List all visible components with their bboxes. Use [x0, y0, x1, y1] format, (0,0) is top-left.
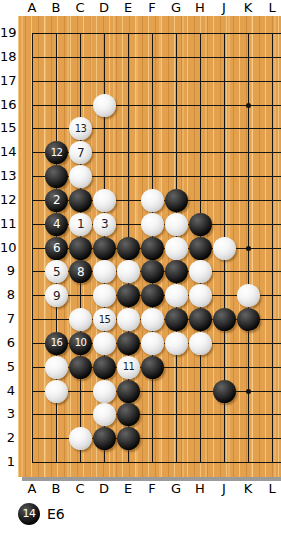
stone-E6 — [117, 332, 140, 355]
stone-B4 — [45, 380, 68, 403]
stone-D11: 3 — [93, 213, 116, 236]
stone-K7 — [237, 308, 260, 331]
stone-E5: 11 — [117, 356, 140, 379]
stone-D2 — [93, 427, 116, 450]
stone-K8 — [237, 284, 260, 307]
row-label-3: 3 — [0, 406, 15, 421]
stone-H8 — [189, 284, 212, 307]
stone-B9: 5 — [45, 260, 68, 283]
row-label-11: 11 — [0, 216, 15, 231]
row-label-19: 19 — [0, 25, 15, 40]
stone-E7 — [117, 308, 140, 331]
stone-G8 — [165, 284, 188, 307]
stone-C12 — [69, 189, 92, 212]
stone-B14: 12 — [45, 141, 68, 164]
star-point — [246, 246, 251, 251]
move-number: 12 — [51, 148, 63, 158]
stone-F12 — [141, 189, 164, 212]
grid-line-horizontal — [32, 462, 281, 463]
stone-C13 — [69, 165, 92, 188]
stone-J4 — [213, 380, 236, 403]
stone-B8: 9 — [45, 284, 68, 307]
stone-C6: 10 — [69, 332, 92, 355]
stone-D16 — [93, 94, 116, 117]
row-label-5: 5 — [0, 359, 15, 374]
row-label-18: 18 — [0, 49, 15, 64]
move-number: 9 — [53, 290, 60, 302]
last-move-stone-icon: 14 — [18, 503, 40, 525]
stone-G9 — [165, 260, 188, 283]
row-label-15: 15 — [0, 120, 15, 135]
stone-G6 — [165, 332, 188, 355]
row-label-4: 4 — [0, 383, 15, 398]
stone-D8 — [93, 284, 116, 307]
stone-F8 — [141, 284, 164, 307]
move-number: 10 — [75, 338, 87, 348]
stone-D5 — [93, 356, 116, 379]
column-label-L: L — [262, 481, 281, 496]
go-board[interactable]: 131272413658915161011 — [18, 16, 281, 477]
column-label-A: A — [22, 0, 42, 15]
stone-E8 — [117, 284, 140, 307]
stone-H6 — [189, 332, 212, 355]
stone-D6 — [93, 332, 116, 355]
row-label-2: 2 — [0, 430, 15, 445]
move-number: 3 — [101, 218, 108, 230]
row-label-6: 6 — [0, 335, 15, 350]
stone-H9 — [189, 260, 212, 283]
star-point — [246, 103, 251, 108]
column-label-C: C — [70, 0, 90, 15]
column-label-H: H — [190, 481, 210, 496]
stone-B13 — [45, 165, 68, 188]
move-number: 5 — [53, 266, 60, 278]
stone-E10 — [117, 237, 140, 260]
column-label-L: L — [262, 0, 281, 15]
stone-B11: 4 — [45, 213, 68, 236]
stone-B6: 16 — [45, 332, 68, 355]
last-move-coordinate: E6 — [47, 506, 65, 522]
stone-F6 — [141, 332, 164, 355]
stone-G11 — [165, 213, 188, 236]
stone-J10 — [213, 237, 236, 260]
stone-C14: 7 — [69, 141, 92, 164]
last-move-caption: 14 E6 — [18, 502, 65, 525]
move-number: 13 — [75, 124, 87, 134]
stone-G7 — [165, 308, 188, 331]
stone-D4 — [93, 380, 116, 403]
star-point — [246, 389, 251, 394]
row-label-14: 14 — [0, 144, 15, 159]
column-label-J: J — [214, 0, 234, 15]
row-label-13: 13 — [0, 168, 15, 183]
column-label-F: F — [142, 481, 162, 496]
column-label-E: E — [118, 0, 138, 15]
stone-E3 — [117, 403, 140, 426]
grid-line-horizontal — [32, 391, 281, 392]
stone-C11: 1 — [69, 213, 92, 236]
stone-C7 — [69, 308, 92, 331]
row-label-16: 16 — [0, 97, 15, 112]
move-number: 16 — [51, 338, 63, 348]
stone-F5 — [141, 356, 164, 379]
move-number: 15 — [99, 315, 111, 325]
column-label-F: F — [142, 0, 162, 15]
column-label-K: K — [238, 481, 258, 496]
stone-D12 — [93, 189, 116, 212]
column-label-H: H — [190, 0, 210, 15]
column-label-J: J — [214, 481, 234, 496]
column-label-A: A — [22, 481, 42, 496]
stone-D7: 15 — [93, 308, 116, 331]
grid-line-horizontal — [32, 414, 281, 415]
column-label-C: C — [70, 481, 90, 496]
move-number: 7 — [77, 147, 84, 159]
column-label-B: B — [46, 0, 66, 15]
grid-line-horizontal — [32, 33, 281, 34]
stone-F7 — [141, 308, 164, 331]
move-number: 6 — [53, 242, 60, 254]
stone-C10 — [69, 237, 92, 260]
row-label-10: 10 — [0, 240, 15, 255]
stone-C9: 8 — [69, 260, 92, 283]
column-label-D: D — [94, 481, 114, 496]
stone-F9 — [141, 260, 164, 283]
move-number: 8 — [77, 266, 84, 278]
row-label-9: 9 — [0, 263, 15, 278]
stone-H11 — [189, 213, 212, 236]
column-label-D: D — [94, 0, 114, 15]
stone-D10 — [93, 237, 116, 260]
row-label-12: 12 — [0, 192, 15, 207]
stone-H7 — [189, 308, 212, 331]
stone-B10: 6 — [45, 237, 68, 260]
go-viewer: 131272413658915161011 14 E6 ABCDEFGHJKLA… — [0, 0, 281, 537]
stone-E9 — [117, 260, 140, 283]
move-number: 2 — [53, 194, 60, 206]
stone-G12 — [165, 189, 188, 212]
row-label-17: 17 — [0, 73, 15, 88]
grid-line-horizontal — [32, 105, 281, 106]
column-label-E: E — [118, 481, 138, 496]
stone-E4 — [117, 380, 140, 403]
column-label-G: G — [166, 481, 186, 496]
stone-J7 — [213, 308, 236, 331]
stone-C5 — [69, 356, 92, 379]
stone-H10 — [189, 237, 212, 260]
stone-B5 — [45, 356, 68, 379]
stone-D3 — [93, 403, 116, 426]
stone-C2 — [69, 427, 92, 450]
grid-line-horizontal — [32, 57, 281, 58]
row-label-8: 8 — [0, 287, 15, 302]
stone-E2 — [117, 427, 140, 450]
row-label-7: 7 — [0, 311, 15, 326]
stone-D9 — [93, 260, 116, 283]
stone-G10 — [165, 237, 188, 260]
column-label-G: G — [166, 0, 186, 15]
stone-C15: 13 — [69, 117, 92, 140]
column-label-B: B — [46, 481, 66, 496]
stone-F10 — [141, 237, 164, 260]
stone-B12: 2 — [45, 189, 68, 212]
move-number: 4 — [53, 218, 60, 230]
column-label-K: K — [238, 0, 258, 15]
move-number: 11 — [123, 362, 135, 372]
move-number: 1 — [77, 218, 84, 230]
row-label-1: 1 — [0, 454, 15, 469]
stone-F11 — [141, 213, 164, 236]
grid-line-horizontal — [32, 81, 281, 82]
